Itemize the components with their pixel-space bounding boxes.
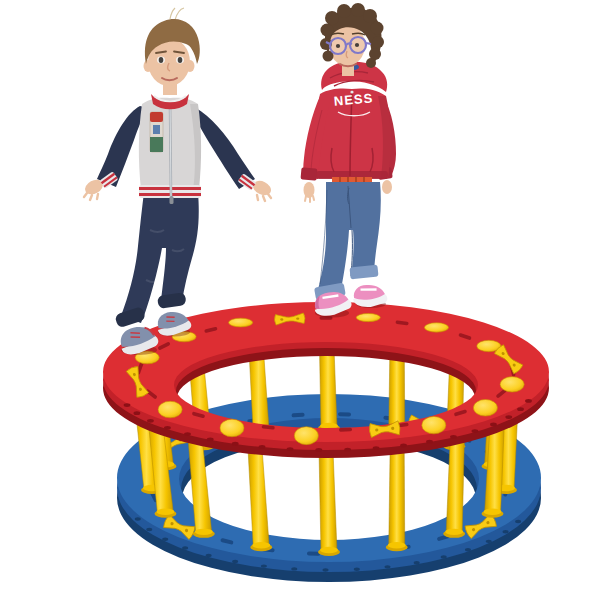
red-ring-button [425, 323, 449, 332]
girl-hand-right [382, 180, 392, 194]
blue-ring-face-hole [323, 568, 329, 571]
red-ring-button [500, 377, 524, 392]
girl-face-features-detail [355, 43, 359, 47]
post-base-top [388, 542, 406, 548]
red-ring-face-hole [184, 432, 191, 436]
red-ring-face-hole [315, 448, 322, 452]
red-ring-face-hole [147, 419, 154, 423]
red-ring-face-hole [124, 403, 131, 407]
blue-ring-face-hole [291, 567, 297, 570]
red-ring-button [220, 419, 244, 437]
balance-ring-product-photo: NESS [0, 0, 600, 600]
post-base-top [156, 509, 174, 515]
girl-cuff-left-detail [301, 167, 318, 180]
blue-ring-face-hole [146, 528, 152, 531]
red-ring-face-hole [525, 399, 532, 403]
blue-ring-face-hole [465, 548, 471, 551]
boy-chest-patch-detail [153, 125, 160, 134]
boy-face-features-detail [159, 57, 164, 63]
red-ring-face-hole [426, 440, 433, 444]
red-ring-button [473, 399, 497, 416]
red-ring-button [422, 416, 446, 433]
red-ring-face-hole [517, 407, 524, 411]
red-ring-face-hole [232, 442, 239, 446]
product-photo-canvas: NESS [0, 0, 600, 600]
blue-ring-face-hole [135, 517, 141, 520]
post-base-top [445, 529, 463, 535]
blue-ring-face-hole [503, 530, 509, 533]
red-ring-face-hole [400, 444, 407, 448]
girl-hair-detail [366, 58, 376, 68]
girl-hand-left-detail [305, 196, 314, 202]
blue-ring-face-hole [261, 564, 267, 567]
red-ring-button [294, 427, 318, 445]
red-ring-face-hole [207, 438, 214, 442]
boy-chest-patch [150, 112, 163, 152]
balance-ring-toy [103, 302, 549, 582]
red-ring-slot [339, 428, 352, 432]
post-base-top [320, 547, 338, 553]
boy-chest-patch-detail [150, 112, 163, 122]
girl-hair-detail [371, 22, 384, 35]
blue-ring-face-hole [232, 560, 238, 563]
child-girl: NESS [301, 3, 396, 319]
boy-zipper-pull [170, 196, 174, 204]
blue-ring-slot [338, 412, 351, 416]
girl-hair-detail [351, 3, 365, 17]
girl-hair-detail [325, 11, 339, 25]
red-ring-face-hole [133, 411, 140, 415]
blue-ring-face-hole [486, 540, 492, 543]
girl-hair-detail [363, 9, 377, 23]
blue-ring-face-hole [384, 565, 390, 568]
red-ring-button [158, 401, 182, 418]
red-ring-face-hole [472, 429, 479, 433]
boy-hair-wisp [170, 8, 184, 20]
girl-cuff-left [301, 167, 318, 180]
post-shaft [319, 450, 337, 552]
red-ring-face-hole [505, 415, 512, 419]
red-ring-button [229, 318, 253, 327]
red-ring-face-hole [287, 447, 294, 451]
blue-ring-face-hole [354, 568, 360, 571]
post-shaft [389, 445, 405, 547]
child-boy [83, 8, 274, 357]
blue-ring-slot [291, 413, 304, 418]
post-base-top [252, 542, 270, 548]
red-ring-face-hole [490, 423, 497, 427]
blue-ring-face-hole [441, 555, 447, 558]
girl-face-features-detail [336, 44, 340, 48]
girl-hair-detail [337, 4, 351, 18]
red-ring-button [356, 313, 380, 321]
boy-pant-cuff-right [157, 292, 187, 309]
blue-ring-face-hole [182, 546, 188, 549]
girl-hand-left [304, 182, 315, 202]
blue-ring-face-hole [515, 520, 521, 523]
girl-shoe-right-detail [361, 288, 377, 290]
blue-ring-face-hole [162, 538, 168, 541]
red-ring-face-hole [450, 435, 457, 439]
boy-face-features-detail [178, 57, 183, 63]
blue-ring-face-hole [206, 554, 212, 557]
boy-pant-cuff-right-detail [157, 292, 187, 309]
blue-ring-face-hole [414, 561, 420, 564]
red-ring-face-hole [373, 446, 380, 450]
balance-post [386, 445, 408, 551]
red-ring-face-hole [344, 448, 351, 452]
balance-post [318, 450, 340, 556]
girl-hair-detail [372, 36, 384, 48]
post-base-top [195, 529, 213, 535]
boy-chest-patch-detail [150, 137, 163, 152]
red-ring-face-hole [259, 445, 266, 449]
post-base-top [484, 509, 502, 515]
red-ring-face-hole [164, 426, 171, 430]
